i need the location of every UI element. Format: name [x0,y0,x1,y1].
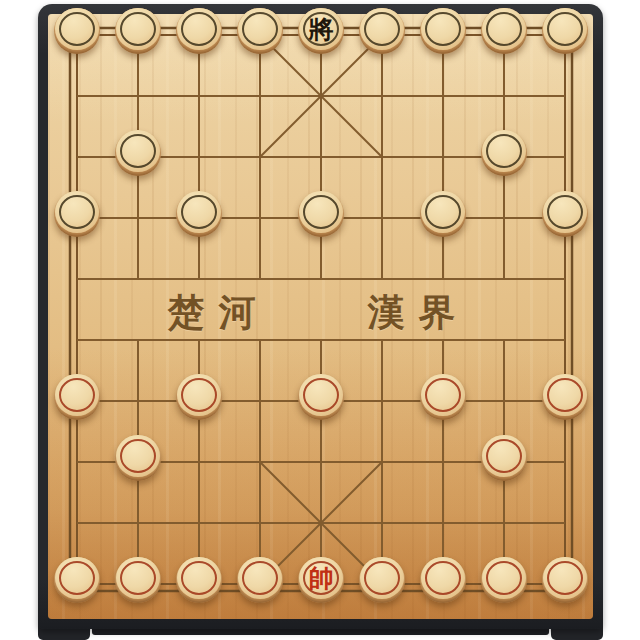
piece-red-r10c1[interactable] [54,557,100,603]
general-glyph: 將 [309,17,334,42]
piece-black-r4c1[interactable] [54,191,100,237]
pieces-layer: 將帥 [47,5,596,615]
piece-black-r1c3[interactable] [176,8,222,54]
piece-black-r1c2[interactable] [115,8,161,54]
piece-black-r1c5-general[interactable]: 將 [298,8,344,54]
piece-black-r1c1[interactable] [54,8,100,54]
piece-black-r3c2[interactable] [115,130,161,176]
piece-red-r10c8[interactable] [481,557,527,603]
piece-red-r7c3[interactable] [176,374,222,420]
piece-red-r10c3[interactable] [176,557,222,603]
piece-red-r10c6[interactable] [359,557,405,603]
piece-black-r1c6[interactable] [359,8,405,54]
piece-black-r1c8[interactable] [481,8,527,54]
piece-red-r8c8[interactable] [481,435,527,481]
piece-red-r7c1[interactable] [54,374,100,420]
piece-black-r4c9[interactable] [542,191,588,237]
piece-black-r4c7[interactable] [420,191,466,237]
piece-black-r3c8[interactable] [481,130,527,176]
piece-black-r1c7[interactable] [420,8,466,54]
piece-black-r1c9[interactable] [542,8,588,54]
piece-red-r7c5[interactable] [298,374,344,420]
piece-red-r8c2[interactable] [115,435,161,481]
general-glyph: 帥 [309,566,334,591]
piece-red-r10c5-general[interactable]: 帥 [298,557,344,603]
piece-black-r4c3[interactable] [176,191,222,237]
piece-red-r10c4[interactable] [237,557,283,603]
piece-black-r1c4[interactable] [237,8,283,54]
piece-black-r4c5[interactable] [298,191,344,237]
piece-red-r10c9[interactable] [542,557,588,603]
piece-red-r10c2[interactable] [115,557,161,603]
piece-red-r7c7[interactable] [420,374,466,420]
piece-red-r10c7[interactable] [420,557,466,603]
piece-red-r7c9[interactable] [542,374,588,420]
xiangqi-board-scene: 楚河 漢界 將帥 [0,0,640,640]
